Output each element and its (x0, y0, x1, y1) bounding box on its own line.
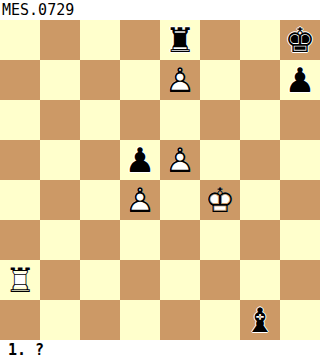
square-f8[interactable] (200, 20, 240, 60)
square-a7[interactable] (0, 60, 40, 100)
white-pawn-fill: ♟ (120, 180, 160, 220)
square-b5[interactable] (40, 140, 80, 180)
square-c7[interactable] (80, 60, 120, 100)
square-g5[interactable] (240, 140, 280, 180)
white-pawn: ♙ (160, 140, 200, 180)
square-g3[interactable] (240, 220, 280, 260)
chess-puzzle-window: MES.0729 ♜♚♟♙♟♟♟♙♟♙♚♔♜♖♝ 1. ? (0, 0, 320, 360)
square-b6[interactable] (40, 100, 80, 140)
square-e8[interactable]: ♜ (160, 20, 200, 60)
move-prompt: 1. ? (8, 341, 44, 359)
square-h3[interactable] (280, 220, 320, 260)
chess-board: ♜♚♟♙♟♟♟♙♟♙♚♔♜♖♝ (0, 20, 320, 340)
black-bishop: ♝ (240, 300, 280, 340)
square-c6[interactable] (80, 100, 120, 140)
square-h7[interactable]: ♟ (280, 60, 320, 100)
square-a1[interactable] (0, 300, 40, 340)
square-f1[interactable] (200, 300, 240, 340)
square-a5[interactable] (0, 140, 40, 180)
white-king-fill: ♚ (200, 180, 240, 220)
square-c4[interactable] (80, 180, 120, 220)
white-pawn-fill: ♟ (160, 140, 200, 180)
square-g6[interactable] (240, 100, 280, 140)
title-bar: MES.0729 (0, 0, 320, 20)
square-b3[interactable] (40, 220, 80, 260)
square-b4[interactable] (40, 180, 80, 220)
square-d4[interactable]: ♟♙ (120, 180, 160, 220)
square-c1[interactable] (80, 300, 120, 340)
square-d3[interactable] (120, 220, 160, 260)
square-b8[interactable] (40, 20, 80, 60)
square-g1[interactable]: ♝ (240, 300, 280, 340)
square-a4[interactable] (0, 180, 40, 220)
square-d1[interactable] (120, 300, 160, 340)
square-d6[interactable] (120, 100, 160, 140)
puzzle-id-title: MES.0729 (2, 1, 74, 19)
square-b7[interactable] (40, 60, 80, 100)
square-g7[interactable] (240, 60, 280, 100)
black-rook: ♜ (160, 20, 200, 60)
square-h5[interactable] (280, 140, 320, 180)
square-f5[interactable] (200, 140, 240, 180)
square-e2[interactable] (160, 260, 200, 300)
square-f7[interactable] (200, 60, 240, 100)
square-b2[interactable] (40, 260, 80, 300)
square-h2[interactable] (280, 260, 320, 300)
square-f4[interactable]: ♚♔ (200, 180, 240, 220)
footer-bar: 1. ? (0, 340, 320, 360)
square-d5[interactable]: ♟ (120, 140, 160, 180)
square-e6[interactable] (160, 100, 200, 140)
square-f6[interactable] (200, 100, 240, 140)
white-pawn: ♙ (120, 180, 160, 220)
square-c2[interactable] (80, 260, 120, 300)
square-a8[interactable] (0, 20, 40, 60)
square-c5[interactable] (80, 140, 120, 180)
square-f2[interactable] (200, 260, 240, 300)
white-king: ♔ (200, 180, 240, 220)
square-e3[interactable] (160, 220, 200, 260)
square-e1[interactable] (160, 300, 200, 340)
white-pawn-fill: ♟ (160, 60, 200, 100)
square-d7[interactable] (120, 60, 160, 100)
square-a3[interactable] (0, 220, 40, 260)
square-g4[interactable] (240, 180, 280, 220)
square-b1[interactable] (40, 300, 80, 340)
square-d2[interactable] (120, 260, 160, 300)
black-pawn: ♟ (120, 140, 160, 180)
square-h8[interactable]: ♚ (280, 20, 320, 60)
black-pawn: ♟ (280, 60, 320, 100)
square-e5[interactable]: ♟♙ (160, 140, 200, 180)
square-e7[interactable]: ♟♙ (160, 60, 200, 100)
square-h1[interactable] (280, 300, 320, 340)
square-d8[interactable] (120, 20, 160, 60)
square-f3[interactable] (200, 220, 240, 260)
square-a6[interactable] (0, 100, 40, 140)
square-h6[interactable] (280, 100, 320, 140)
black-king: ♚ (280, 20, 320, 60)
square-e4[interactable] (160, 180, 200, 220)
square-g8[interactable] (240, 20, 280, 60)
square-c3[interactable] (80, 220, 120, 260)
white-rook: ♖ (0, 260, 40, 300)
white-pawn: ♙ (160, 60, 200, 100)
square-g2[interactable] (240, 260, 280, 300)
square-h4[interactable] (280, 180, 320, 220)
square-c8[interactable] (80, 20, 120, 60)
white-rook-fill: ♜ (0, 260, 40, 300)
square-a2[interactable]: ♜♖ (0, 260, 40, 300)
